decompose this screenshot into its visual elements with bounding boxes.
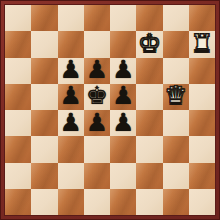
- square-d5[interactable]: ♚: [84, 84, 110, 110]
- square-g4[interactable]: [163, 110, 189, 136]
- square-g6[interactable]: [163, 58, 189, 84]
- square-b5[interactable]: [31, 84, 57, 110]
- square-g3[interactable]: [163, 136, 189, 162]
- square-h2[interactable]: [189, 163, 215, 189]
- square-c4[interactable]: ♟: [58, 110, 84, 136]
- square-c1[interactable]: [58, 189, 84, 215]
- square-b4[interactable]: [31, 110, 57, 136]
- square-g1[interactable]: [163, 189, 189, 215]
- square-f3[interactable]: [136, 136, 162, 162]
- square-f4[interactable]: [136, 110, 162, 136]
- square-d7[interactable]: [84, 31, 110, 57]
- square-d1[interactable]: [84, 189, 110, 215]
- black-pawn-c6[interactable]: ♟: [59, 58, 81, 83]
- square-b8[interactable]: [31, 5, 57, 31]
- square-a1[interactable]: [5, 189, 31, 215]
- square-d2[interactable]: [84, 163, 110, 189]
- square-a5[interactable]: [5, 84, 31, 110]
- square-h7[interactable]: ♜: [189, 31, 215, 57]
- square-d8[interactable]: [84, 5, 110, 31]
- square-g5[interactable]: ♛: [163, 84, 189, 110]
- square-h8[interactable]: [189, 5, 215, 31]
- square-g7[interactable]: [163, 31, 189, 57]
- square-b3[interactable]: [31, 136, 57, 162]
- black-pawn-d4[interactable]: ♟: [86, 110, 108, 135]
- square-e5[interactable]: ♟: [110, 84, 136, 110]
- black-pawn-e4[interactable]: ♟: [112, 110, 134, 135]
- square-f1[interactable]: [136, 189, 162, 215]
- square-b1[interactable]: [31, 189, 57, 215]
- square-c7[interactable]: [58, 31, 84, 57]
- white-queen-g5[interactable]: ♛: [164, 84, 186, 109]
- black-pawn-c5[interactable]: ♟: [59, 84, 81, 109]
- square-e4[interactable]: ♟: [110, 110, 136, 136]
- square-h5[interactable]: [189, 84, 215, 110]
- chess-board[interactable]: ♚♜♟♟♟♟♚♟♛♟♟♟: [5, 5, 215, 215]
- square-e7[interactable]: [110, 31, 136, 57]
- square-b2[interactable]: [31, 163, 57, 189]
- square-a2[interactable]: [5, 163, 31, 189]
- square-a6[interactable]: [5, 58, 31, 84]
- square-h1[interactable]: [189, 189, 215, 215]
- square-h6[interactable]: [189, 58, 215, 84]
- square-a8[interactable]: [5, 5, 31, 31]
- square-f8[interactable]: [136, 5, 162, 31]
- black-pawn-d6[interactable]: ♟: [86, 58, 108, 83]
- square-d6[interactable]: ♟: [84, 58, 110, 84]
- square-a3[interactable]: [5, 136, 31, 162]
- black-pawn-e6[interactable]: ♟: [112, 58, 134, 83]
- square-f7[interactable]: ♚: [136, 31, 162, 57]
- square-g2[interactable]: [163, 163, 189, 189]
- square-f6[interactable]: [136, 58, 162, 84]
- square-f2[interactable]: [136, 163, 162, 189]
- square-h4[interactable]: [189, 110, 215, 136]
- square-d4[interactable]: ♟: [84, 110, 110, 136]
- square-e2[interactable]: [110, 163, 136, 189]
- black-pawn-c4[interactable]: ♟: [59, 110, 81, 135]
- square-c6[interactable]: ♟: [58, 58, 84, 84]
- square-c2[interactable]: [58, 163, 84, 189]
- black-pawn-e5[interactable]: ♟: [112, 84, 134, 109]
- square-e3[interactable]: [110, 136, 136, 162]
- square-b7[interactable]: [31, 31, 57, 57]
- square-a4[interactable]: [5, 110, 31, 136]
- square-g8[interactable]: [163, 5, 189, 31]
- square-c8[interactable]: [58, 5, 84, 31]
- white-rook-h7[interactable]: ♜: [191, 31, 213, 56]
- square-d3[interactable]: [84, 136, 110, 162]
- square-e1[interactable]: [110, 189, 136, 215]
- square-e6[interactable]: ♟: [110, 58, 136, 84]
- square-c5[interactable]: ♟: [58, 84, 84, 110]
- board-frame: ♚♜♟♟♟♟♚♟♛♟♟♟: [0, 0, 220, 220]
- white-king-f7[interactable]: ♚: [138, 31, 160, 56]
- square-c3[interactable]: [58, 136, 84, 162]
- square-e8[interactable]: [110, 5, 136, 31]
- chess-diagram: ♚♜♟♟♟♟♚♟♛♟♟♟: [0, 0, 220, 220]
- square-f5[interactable]: [136, 84, 162, 110]
- square-h3[interactable]: [189, 136, 215, 162]
- square-b6[interactable]: [31, 58, 57, 84]
- black-king-d5[interactable]: ♚: [86, 84, 108, 109]
- square-a7[interactable]: [5, 31, 31, 57]
